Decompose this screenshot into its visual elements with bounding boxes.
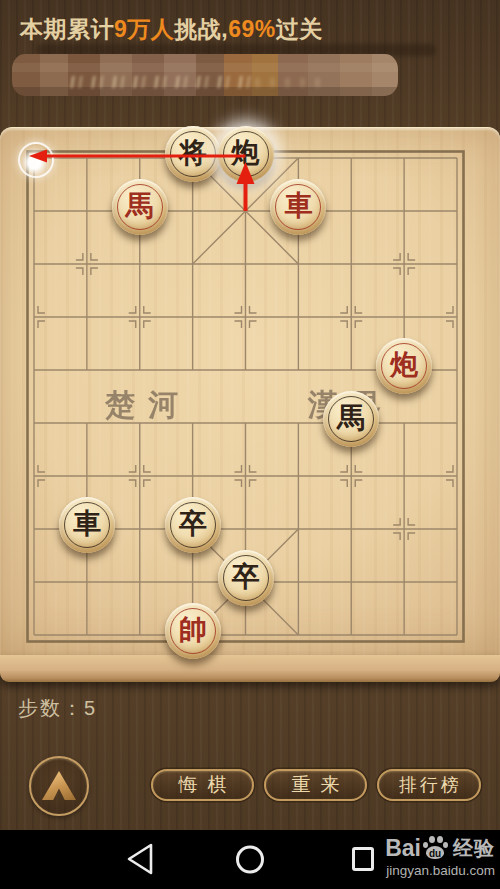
piece-character: 帥: [179, 616, 207, 644]
piece-character: 車: [73, 510, 101, 538]
challenge-banner: 本期累计9万人挑战,69%过关: [20, 14, 323, 45]
baidu-paw-icon: du: [422, 834, 449, 862]
android-home-button[interactable]: [238, 847, 263, 872]
piece-black-卒[interactable]: 卒: [218, 550, 274, 606]
banner-text-middle: 挑战,: [174, 16, 228, 42]
piece-character: 車: [284, 192, 312, 220]
piece-character: 馬: [126, 192, 154, 220]
piece-red-馬[interactable]: 馬: [112, 179, 168, 235]
piece-character: 将: [179, 139, 207, 167]
android-recents-button[interactable]: [354, 849, 373, 870]
piece-black-卒[interactable]: 卒: [165, 497, 221, 553]
censored-region: [12, 54, 398, 96]
baidu-jingyan-watermark: Bai du 经验 jingyan.baidu.com: [385, 832, 495, 878]
piece-character: 卒: [232, 563, 260, 591]
step-counter-label: 步数：: [18, 697, 84, 719]
restart-button[interactable]: 重来: [264, 769, 367, 801]
piece-black-馬[interactable]: 馬: [323, 391, 379, 447]
piece-red-車[interactable]: 車: [270, 179, 326, 235]
piece-character: 炮: [232, 139, 260, 167]
watermark-du-text: du: [426, 847, 444, 860]
watermark-jingyan-text: 经验: [453, 835, 495, 862]
piece-red-炮[interactable]: 炮: [376, 338, 432, 394]
banner-text-suffix: 过关: [276, 16, 323, 42]
board-front-edge: [0, 655, 500, 682]
banner-pass-rate: 69%: [228, 16, 276, 42]
piece-character: 馬: [337, 404, 365, 432]
up-arrow-icon: [42, 771, 76, 800]
piece-black-車[interactable]: 車: [59, 497, 115, 553]
piece-red-帥[interactable]: 帥: [165, 603, 221, 659]
piece-black-将[interactable]: 将: [165, 126, 221, 182]
step-counter: 步数：5: [18, 695, 97, 722]
collapse-panel-button[interactable]: [29, 756, 89, 816]
app-screen: 本期累计9万人挑战,69%过关 楚河 漢界 将炮馬車炮馬車卒卒帥 步数：5 悔棋…: [0, 0, 500, 889]
watermark-bai-text: Bai: [385, 835, 421, 862]
piece-character: 卒: [179, 510, 207, 538]
piece-black-炮[interactable]: 炮: [218, 126, 274, 182]
piece-character: 炮: [390, 351, 418, 379]
censored-ghost-text-2: [250, 78, 320, 87]
censored-ghost-text: [66, 76, 253, 88]
banner-text-prefix: 本期累计: [20, 16, 114, 42]
leaderboard-button[interactable]: 排行榜: [377, 769, 481, 801]
banner-player-count: 9万人: [114, 16, 174, 42]
android-navbar: Bai du 经验 jingyan.baidu.com: [0, 830, 500, 889]
river-label-chu-he: 楚河: [105, 385, 191, 426]
android-back-button[interactable]: [129, 845, 151, 873]
watermark-url: jingyan.baidu.com: [385, 863, 495, 878]
step-counter-value: 5: [84, 697, 97, 719]
undo-move-button[interactable]: 悔棋: [151, 769, 254, 801]
move-target-glow: [18, 142, 54, 178]
